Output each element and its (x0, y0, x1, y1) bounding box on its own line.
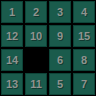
tile-8[interactable]: 8 (73, 49, 95, 71)
tile-14[interactable]: 14 (1, 49, 23, 71)
tile-1[interactable]: 1 (1, 1, 23, 23)
empty-cell (25, 49, 47, 71)
tile-13[interactable]: 13 (1, 73, 23, 95)
puzzle-board: 1 2 3 4 12 10 9 15 14 6 8 13 11 5 7 (0, 0, 96, 96)
tile-15[interactable]: 15 (73, 25, 95, 47)
tile-12[interactable]: 12 (1, 25, 23, 47)
tile-2[interactable]: 2 (25, 1, 47, 23)
tile-5[interactable]: 5 (49, 73, 71, 95)
tile-6[interactable]: 6 (49, 49, 71, 71)
tile-7[interactable]: 7 (73, 73, 95, 95)
tile-11[interactable]: 11 (25, 73, 47, 95)
tile-10[interactable]: 10 (25, 25, 47, 47)
tile-3[interactable]: 3 (49, 1, 71, 23)
tile-4[interactable]: 4 (73, 1, 95, 23)
tile-9[interactable]: 9 (49, 25, 71, 47)
